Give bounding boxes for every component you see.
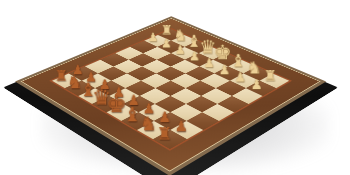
piece-rosewood-r-a8: ♜ [54, 69, 68, 83]
piece-rosewood-p-a7: ♟ [72, 64, 84, 76]
piece-rosewood-p-d7: ♟ [112, 86, 124, 98]
chess-board: ♜♞♝♛♚♝♞♜♟♟♟♟♟♟♟♟♟♟♟♟♟♟♟♟♜♞♝♛♚♝♞♜ [15, 16, 326, 175]
board-walnut-border: ♜♞♝♛♚♝♞♜♟♟♟♟♟♟♟♟♟♟♟♟♟♟♟♟♜♞♝♛♚♝♞♜ [15, 16, 326, 175]
square-e3 [185, 66, 214, 80]
piece-boxwood-p-a2: ♟ [147, 32, 158, 43]
piece-boxwood-r-a1: ♜ [160, 24, 172, 36]
product-photo: ♜♞♝♛♚♝♞♜♟♟♟♟♟♟♟♟♟♟♟♟♟♟♟♟♜♞♝♛♚♝♞♜ [0, 0, 350, 175]
scene: ♜♞♝♛♚♝♞♜♟♟♟♟♟♟♟♟♟♟♟♟♟♟♟♟♜♞♝♛♚♝♞♜ [0, 0, 350, 175]
square-a4 [115, 46, 143, 59]
square-g2: ♟ [230, 73, 260, 88]
